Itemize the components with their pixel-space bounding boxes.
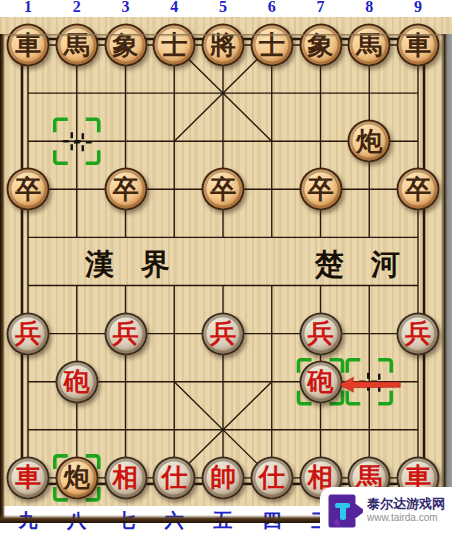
file-label-top-5: 5: [219, 0, 227, 16]
screenshot-root: 123456789 漢界 楚河 車馬象士將士象馬車炮卒卒卒卒卒兵兵兵兵兵砲砲車炮…: [0, 0, 452, 533]
cursor-and-arrow-layer: [0, 17, 452, 506]
file-label-top-1: 1: [24, 0, 32, 16]
xiangqi-board[interactable]: 漢界 楚河 車馬象士將士象馬車炮卒卒卒卒卒兵兵兵兵兵砲砲車炮相仕帥仕相馬車: [0, 17, 452, 506]
file-label-top-7: 7: [317, 0, 325, 16]
file-label-top-2: 2: [73, 0, 81, 16]
file-label-top-3: 3: [122, 0, 130, 16]
file-label-bottom-2: 八: [67, 508, 86, 533]
file-label-bottom-3: 七: [116, 508, 135, 533]
top-file-labels: 123456789: [0, 0, 452, 17]
file-label-top-8: 8: [365, 0, 373, 16]
watermark-url: www.tairda.com: [367, 512, 445, 524]
file-label-bottom-5: 五: [214, 508, 233, 533]
file-label-top-4: 4: [170, 0, 178, 16]
watermark-site-name: 泰尔达游戏网: [367, 497, 445, 512]
file-label-bottom-6: 四: [262, 508, 281, 533]
file-label-top-6: 6: [268, 0, 276, 16]
watermark-logo-icon: [327, 493, 363, 529]
file-label-top-9: 9: [414, 0, 422, 16]
watermark: 泰尔达游戏网 www.tairda.com: [320, 487, 452, 533]
file-label-bottom-4: 六: [165, 508, 184, 533]
file-label-bottom-1: 九: [19, 508, 38, 533]
